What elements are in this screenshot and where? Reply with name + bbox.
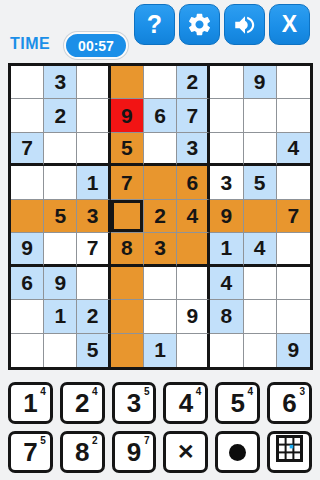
cell-r6c7[interactable]: 1 [210,233,243,266]
number-pad: 142435445463758297✕ [8,382,312,473]
digit-button-9[interactable]: 97 [112,431,157,473]
digit-button-2[interactable]: 24 [60,382,105,424]
x-icon: X [282,11,297,38]
cell-r7c3[interactable] [77,267,110,300]
cell-r7c4[interactable] [111,267,144,300]
cell-r6c6[interactable] [177,233,210,266]
cell-r6c4[interactable]: 8 [111,233,144,266]
cell-r6c5[interactable]: 3 [144,233,177,266]
cell-r2c7[interactable] [210,99,243,132]
digit-button-6[interactable]: 63 [267,382,312,424]
digit-label: 4 [179,388,193,419]
cell-r9c3[interactable]: 5 [77,334,110,367]
cell-r4c2[interactable] [44,166,77,199]
cell-r9c5[interactable]: 1 [144,334,177,367]
cell-r5c6[interactable]: 4 [177,200,210,233]
digit-button-4[interactable]: 44 [163,382,208,424]
cell-r7c5[interactable] [144,267,177,300]
cell-r6c9[interactable] [277,233,310,266]
cell-r3c2[interactable] [44,133,77,166]
cell-r8c4[interactable] [111,300,144,333]
pen-button[interactable] [215,431,260,473]
cell-r8c8[interactable] [244,300,277,333]
digit-count-badge: 3 [299,386,305,397]
cell-r9c4[interactable] [111,334,144,367]
digit-count-badge: 5 [144,386,150,397]
cell-r4c3[interactable]: 1 [77,166,110,199]
cell-r7c8[interactable] [244,267,277,300]
cell-r5c8[interactable] [244,200,277,233]
cell-r1c7[interactable] [210,66,243,99]
cell-r8c6[interactable]: 9 [177,300,210,333]
digit-button-7[interactable]: 75 [8,431,53,473]
digit-label: 5 [231,388,245,419]
cell-r7c2[interactable]: 9 [44,267,77,300]
digit-button-1[interactable]: 14 [8,382,53,424]
question-mark-icon: ? [147,10,162,39]
cell-r2c9[interactable] [277,99,310,132]
cell-r1c9[interactable] [277,66,310,99]
cell-r8c2[interactable]: 1 [44,300,77,333]
cell-r5c9[interactable]: 7 [277,200,310,233]
cell-r8c3[interactable]: 2 [77,300,110,333]
gear-icon [186,11,213,38]
cell-r6c8[interactable]: 4 [244,233,277,266]
digit-button-3[interactable]: 35 [112,382,157,424]
cell-r5c3[interactable]: 3 [77,200,110,233]
x-erase-icon: ✕ [177,440,195,464]
grid-icon [276,435,303,469]
cell-r4c1[interactable] [11,166,44,199]
cell-r5c7[interactable]: 9 [210,200,243,233]
sudoku-board: 32929677534176355324979783146941298519 [8,63,313,370]
cell-r3c4[interactable]: 5 [111,133,144,166]
cell-r2c3[interactable] [77,99,110,132]
digit-count-badge: 4 [196,386,202,397]
cell-r1c8[interactable]: 9 [244,66,277,99]
cell-r8c9[interactable] [277,300,310,333]
time-label: TIME [10,35,50,53]
close-button[interactable]: X [269,4,310,45]
cell-r2c5[interactable]: 6 [144,99,177,132]
digit-label: 8 [75,437,89,468]
digit-label: 1 [23,388,37,419]
cell-r3c7[interactable] [210,133,243,166]
cell-r7c7[interactable]: 4 [210,267,243,300]
cell-r4c8[interactable]: 5 [244,166,277,199]
timer-display: 00:57 [64,32,128,59]
cell-r3c6[interactable]: 3 [177,133,210,166]
speaker-icon [232,12,258,38]
cell-r6c1[interactable]: 9 [11,233,44,266]
cell-r1c1[interactable] [11,66,44,99]
digit-count-badge: 4 [248,386,254,397]
digit-count-badge: 2 [92,435,98,446]
digit-count-badge: 4 [40,386,46,397]
digit-label: 3 [127,388,141,419]
digit-button-8[interactable]: 82 [60,431,105,473]
digit-label: 7 [23,437,37,468]
digit-label: 6 [282,388,296,419]
cell-r7c6[interactable] [177,267,210,300]
digit-count-badge: 4 [92,386,98,397]
digit-count-badge: 7 [144,435,150,446]
cell-r5c2[interactable]: 5 [44,200,77,233]
cell-r2c6[interactable]: 7 [177,99,210,132]
digit-label: 9 [127,437,141,468]
cell-r2c1[interactable] [11,99,44,132]
digit-count-badge: 5 [40,435,46,446]
cell-r4c9[interactable] [277,166,310,199]
cell-r3c8[interactable] [244,133,277,166]
cell-r2c4[interactable]: 9 [111,99,144,132]
cell-r3c1[interactable]: 7 [11,133,44,166]
cell-r9c2[interactable] [44,334,77,367]
cell-r9c1[interactable] [11,334,44,367]
pen-dot-icon [229,444,246,461]
cell-r3c9[interactable]: 4 [277,133,310,166]
cell-r9c7[interactable] [210,334,243,367]
cell-r8c1[interactable] [11,300,44,333]
cell-r1c5[interactable] [144,66,177,99]
sound-button[interactable] [224,4,265,45]
help-button[interactable]: ? [134,4,175,45]
digit-button-5[interactable]: 54 [215,382,260,424]
cell-r6c2[interactable] [44,233,77,266]
cell-r7c1[interactable]: 6 [11,267,44,300]
cell-r9c9[interactable]: 9 [277,334,310,367]
cell-r1c6[interactable]: 2 [177,66,210,99]
cell-r1c4[interactable] [111,66,144,99]
cell-r5c1[interactable] [11,200,44,233]
cell-r6c3[interactable]: 7 [77,233,110,266]
digit-label: 2 [75,388,89,419]
cell-r4c5[interactable] [144,166,177,199]
cell-r4c4[interactable]: 7 [111,166,144,199]
cell-r9c8[interactable] [244,334,277,367]
cell-r5c5[interactable]: 2 [144,200,177,233]
cell-r1c3[interactable] [77,66,110,99]
cell-r1c2[interactable]: 3 [44,66,77,99]
cell-r2c8[interactable] [244,99,277,132]
cell-r4c6[interactable]: 6 [177,166,210,199]
cell-r9c6[interactable] [177,334,210,367]
cell-r7c9[interactable] [277,267,310,300]
cell-r8c5[interactable] [144,300,177,333]
cell-r2c2[interactable]: 2 [44,99,77,132]
cell-r3c5[interactable] [144,133,177,166]
erase-button[interactable]: ✕ [163,431,208,473]
settings-button[interactable] [179,4,220,45]
cell-r8c7[interactable]: 8 [210,300,243,333]
notes-button[interactable] [267,431,312,473]
timer-value: 00:57 [78,38,114,54]
cell-r4c7[interactable]: 3 [210,166,243,199]
cell-r5c4[interactable] [111,200,144,233]
cell-r3c3[interactable] [77,133,110,166]
